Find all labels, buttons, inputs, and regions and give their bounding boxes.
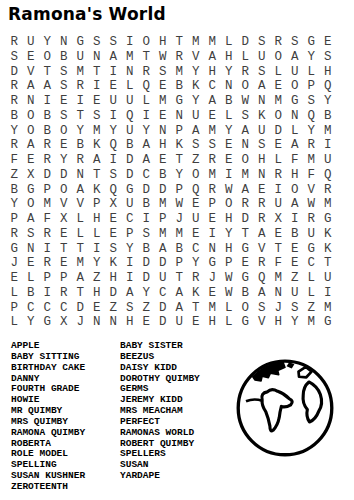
- grid-cell: R: [320, 183, 337, 198]
- grid-cell: A: [254, 227, 271, 242]
- grid-cell: R: [237, 197, 254, 212]
- grid-cell: P: [6, 301, 23, 316]
- grid-cell: F: [6, 153, 23, 168]
- grid-cell: Y: [287, 315, 304, 330]
- grid-cell: E: [23, 50, 40, 65]
- grid-cell: G: [6, 242, 23, 257]
- grid-cell: E: [188, 227, 205, 242]
- grid-cell: K: [105, 256, 122, 271]
- grid-cell: R: [237, 65, 254, 80]
- grid-cell: E: [105, 79, 122, 94]
- grid-cell: Z: [105, 301, 122, 316]
- grid-cell: O: [270, 109, 287, 124]
- grid-cell: S: [56, 79, 73, 94]
- grid-cell: A: [171, 301, 188, 316]
- grid-cell: I: [320, 286, 337, 301]
- grid-cell: Y: [303, 50, 320, 65]
- grid-cell: Q: [138, 79, 155, 94]
- grid-cell: O: [237, 79, 254, 94]
- grid-cell: N: [221, 79, 238, 94]
- grid-cell: V: [23, 65, 40, 80]
- grid-cell: S: [56, 65, 73, 80]
- grid-cell: E: [23, 256, 40, 271]
- grid-cell: N: [254, 94, 271, 109]
- grid-cell: J: [171, 212, 188, 227]
- grid-cell: Y: [171, 168, 188, 183]
- grid-cell: Y: [6, 197, 23, 212]
- earth-globe-icon: [233, 357, 337, 461]
- grid-cell: I: [72, 94, 89, 109]
- grid-cell: E: [254, 183, 271, 198]
- grid-cell: G: [171, 94, 188, 109]
- grid-cell: E: [23, 153, 40, 168]
- grid-cell: H: [254, 153, 271, 168]
- grid-cell: S: [89, 109, 106, 124]
- grid-cell: E: [270, 79, 287, 94]
- grid-cell: P: [122, 227, 139, 242]
- grid-cell: A: [72, 271, 89, 286]
- grid-cell: S: [155, 65, 172, 80]
- grid-cell: N: [23, 242, 40, 257]
- grid-cell: L: [89, 227, 106, 242]
- grid-cell: L: [6, 286, 23, 301]
- grid-cell: K: [171, 138, 188, 153]
- grid-cell: W: [155, 50, 172, 65]
- grid-cell: H: [89, 286, 106, 301]
- grid-cell: M: [204, 168, 221, 183]
- grid-cell: U: [122, 94, 139, 109]
- grid-cell: R: [171, 50, 188, 65]
- grid-cell: S: [254, 35, 271, 50]
- grid-cell: P: [39, 183, 56, 198]
- grid-cell: W: [237, 94, 254, 109]
- grid-cell: N: [89, 50, 106, 65]
- grid-cell: Y: [320, 94, 337, 109]
- grid-cell: S: [287, 35, 304, 50]
- grid-cell: A: [171, 286, 188, 301]
- grid-cell: W: [171, 197, 188, 212]
- grid-cell: R: [72, 79, 89, 94]
- grid-cell: T: [320, 256, 337, 271]
- grid-cell: I: [138, 212, 155, 227]
- grid-cell: R: [254, 256, 271, 271]
- word-list-left: APPLEBABY SITTINGBIRTHDAY CAKEDANNYFOURT…: [11, 341, 85, 493]
- grid-cell: L: [303, 271, 320, 286]
- grid-cell: I: [122, 271, 139, 286]
- grid-cell: L: [122, 79, 139, 94]
- grid-cell: R: [188, 271, 205, 286]
- grid-cell: M: [72, 256, 89, 271]
- grid-cell: E: [221, 138, 238, 153]
- grid-cell: E: [56, 227, 73, 242]
- grid-cell: O: [237, 301, 254, 316]
- grid-cell: K: [188, 286, 205, 301]
- grid-cell: G: [287, 94, 304, 109]
- grid-cell: M: [171, 65, 188, 80]
- grid-cell: D: [138, 183, 155, 198]
- grid-cell: Y: [56, 153, 73, 168]
- grid-cell: K: [89, 138, 106, 153]
- grid-cell: S: [254, 65, 271, 80]
- grid-cell: Q: [122, 109, 139, 124]
- grid-cell: L: [237, 50, 254, 65]
- grid-cell: G: [23, 183, 40, 198]
- grid-cell: B: [138, 197, 155, 212]
- grid-cell: U: [254, 124, 271, 139]
- grid-cell: N: [237, 138, 254, 153]
- grid-cell: D: [237, 212, 254, 227]
- grid-cell: I: [122, 256, 139, 271]
- grid-cell: C: [155, 286, 172, 301]
- grid-cell: U: [188, 212, 205, 227]
- grid-cell: S: [254, 301, 271, 316]
- grid-cell: B: [72, 138, 89, 153]
- grid-cell: Z: [303, 301, 320, 316]
- grid-cell: Z: [188, 153, 205, 168]
- grid-cell: L: [72, 227, 89, 242]
- grid-cell: N: [171, 109, 188, 124]
- grid-cell: H: [122, 315, 139, 330]
- grid-cell: S: [6, 50, 23, 65]
- grid-cell: E: [105, 212, 122, 227]
- grid-cell: D: [138, 271, 155, 286]
- grid-cell: R: [39, 256, 56, 271]
- word-list-item: RAMONA QUIMBY: [11, 428, 85, 439]
- grid-cell: G: [72, 35, 89, 50]
- grid-cell: U: [287, 65, 304, 80]
- grid-cell: P: [89, 197, 106, 212]
- grid-cell: Y: [39, 35, 56, 50]
- grid-cell: B: [23, 286, 40, 301]
- grid-cell: I: [89, 242, 106, 257]
- grid-cell: M: [320, 197, 337, 212]
- grid-cell: L: [303, 286, 320, 301]
- grid-cell: P: [155, 212, 172, 227]
- word-list-item: BIRTHDAY CAKE: [11, 363, 85, 374]
- grid-cell: P: [204, 197, 221, 212]
- grid-cell: F: [270, 256, 287, 271]
- grid-cell: B: [287, 227, 304, 242]
- grid-cell: M: [204, 301, 221, 316]
- grid-cell: G: [237, 271, 254, 286]
- grid-cell: R: [303, 138, 320, 153]
- grid-cell: U: [188, 109, 205, 124]
- grid-cell: S: [320, 50, 337, 65]
- grid-cell: L: [287, 124, 304, 139]
- grid-cell: A: [237, 183, 254, 198]
- grid-cell: H: [287, 168, 304, 183]
- grid-cell: R: [6, 79, 23, 94]
- grid-cell: I: [89, 79, 106, 94]
- grid-cell: J: [6, 256, 23, 271]
- grid-cell: E: [155, 109, 172, 124]
- grid-cell: A: [237, 124, 254, 139]
- grid-cell: U: [320, 271, 337, 286]
- grid-cell: L: [138, 94, 155, 109]
- grid-cell: Q: [188, 183, 205, 198]
- grid-cell: G: [303, 35, 320, 50]
- grid-cell: Z: [89, 271, 106, 286]
- grid-cell: S: [303, 94, 320, 109]
- grid-cell: V: [254, 242, 271, 257]
- grid-cell: R: [6, 227, 23, 242]
- grid-cell: G: [204, 256, 221, 271]
- grid-cell: D: [155, 301, 172, 316]
- grid-cell: A: [138, 153, 155, 168]
- grid-cell: M: [155, 227, 172, 242]
- word-search-page: Ramona's World RUYNGSSIOHTMMLDSRSGESEOBU…: [0, 0, 354, 500]
- grid-cell: V: [303, 183, 320, 198]
- grid-cell: L: [221, 35, 238, 50]
- grid-cell: B: [39, 109, 56, 124]
- grid-cell: O: [138, 35, 155, 50]
- grid-cell: M: [237, 168, 254, 183]
- grid-cell: K: [320, 227, 337, 242]
- grid-cell: S: [138, 227, 155, 242]
- grid-cell: U: [287, 286, 304, 301]
- grid-cell: E: [287, 256, 304, 271]
- grid-cell: E: [320, 35, 337, 50]
- grid-cell: W: [221, 286, 238, 301]
- grid-cell: B: [171, 242, 188, 257]
- grid-cell: V: [254, 315, 271, 330]
- grid-cell: L: [303, 65, 320, 80]
- grid-cell: M: [320, 301, 337, 316]
- grid-cell: H: [320, 65, 337, 80]
- grid-cell: A: [204, 94, 221, 109]
- grid-cell: H: [221, 242, 238, 257]
- grid-cell: C: [303, 256, 320, 271]
- grid-cell: E: [188, 197, 205, 212]
- grid-cell: T: [89, 168, 106, 183]
- grid-cell: B: [221, 94, 238, 109]
- grid-cell: A: [39, 79, 56, 94]
- grid-cell: L: [221, 109, 238, 124]
- grid-cell: B: [56, 50, 73, 65]
- grid-cell: H: [270, 315, 287, 330]
- grid-cell: R: [39, 138, 56, 153]
- grid-cell: K: [254, 109, 271, 124]
- grid-cell: S: [89, 35, 106, 50]
- grid-cell: U: [122, 124, 139, 139]
- grid-cell: L: [270, 65, 287, 80]
- grid-cell: Y: [303, 124, 320, 139]
- grid-cell: X: [23, 168, 40, 183]
- grid-cell: A: [105, 50, 122, 65]
- grid-cell: Y: [23, 315, 40, 330]
- grid-cell: H: [155, 138, 172, 153]
- grid-cell: M: [39, 197, 56, 212]
- grid-cell: R: [254, 197, 271, 212]
- grid-cell: H: [204, 65, 221, 80]
- grid-cell: Q: [105, 138, 122, 153]
- grid-cell: N: [270, 286, 287, 301]
- grid-cell: A: [138, 138, 155, 153]
- grid-cell: M: [320, 124, 337, 139]
- grid-cell: A: [188, 124, 205, 139]
- grid-cell: I: [39, 242, 56, 257]
- grid-cell: G: [39, 315, 56, 330]
- grid-cell: H: [89, 212, 106, 227]
- grid-cell: Y: [188, 94, 205, 109]
- grid-cell: M: [188, 35, 205, 50]
- grid-cell: E: [89, 94, 106, 109]
- grid-cell: F: [287, 153, 304, 168]
- grid-cell: O: [188, 168, 205, 183]
- grid-cell: I: [270, 183, 287, 198]
- grid-cell: V: [72, 197, 89, 212]
- grid-cell: E: [188, 315, 205, 330]
- grid-cell: W: [303, 197, 320, 212]
- grid-cell: C: [138, 168, 155, 183]
- grid-cell: Y: [221, 124, 238, 139]
- grid-cell: U: [23, 35, 40, 50]
- grid-cell: O: [221, 197, 238, 212]
- grid-cell: E: [89, 301, 106, 316]
- grid-cell: A: [254, 79, 271, 94]
- grid-cell: O: [23, 124, 40, 139]
- grid-cell: Z: [287, 271, 304, 286]
- grid-cell: I: [138, 109, 155, 124]
- grid-cell: E: [155, 79, 172, 94]
- grid-cell: E: [6, 271, 23, 286]
- grid-cell: E: [204, 212, 221, 227]
- grid-cell: J: [72, 315, 89, 330]
- grid-cell: R: [270, 35, 287, 50]
- grid-cell: P: [221, 256, 238, 271]
- grid-cell: M: [204, 124, 221, 139]
- grid-cell: Y: [188, 256, 205, 271]
- grid-cell: R: [39, 227, 56, 242]
- grid-cell: G: [237, 315, 254, 330]
- grid-cell: Q: [320, 168, 337, 183]
- grid-cell: D: [105, 286, 122, 301]
- word-list-right: BABY SISTERBEEZUSDAISY KIDDDOROTHY QUIMB…: [120, 341, 200, 482]
- grid-cell: A: [204, 50, 221, 65]
- grid-cell: P: [303, 79, 320, 94]
- grid-cell: C: [56, 301, 73, 316]
- grid-cell: E: [204, 109, 221, 124]
- grid-cell: R: [270, 168, 287, 183]
- puzzle-title: Ramona's World: [8, 4, 166, 24]
- grid-cell: N: [287, 109, 304, 124]
- grid-cell: P: [56, 271, 73, 286]
- grid-cell: N: [23, 94, 40, 109]
- grid-cell: T: [171, 271, 188, 286]
- grid-cell: O: [287, 183, 304, 198]
- grid-cell: K: [188, 79, 205, 94]
- grid-cell: B: [6, 183, 23, 198]
- grid-cell: Y: [221, 65, 238, 80]
- grid-cell: A: [122, 286, 139, 301]
- grid-cell: L: [270, 153, 287, 168]
- grid-cell: Y: [72, 124, 89, 139]
- grid-cell: D: [270, 124, 287, 139]
- grid-cell: L: [221, 301, 238, 316]
- grid-cell: S: [287, 301, 304, 316]
- grid-cell: J: [204, 271, 221, 286]
- grid-cell: X: [270, 212, 287, 227]
- grid-cell: R: [6, 94, 23, 109]
- grid-cell: X: [56, 212, 73, 227]
- grid-cell: A: [287, 197, 304, 212]
- grid-cell: M: [155, 94, 172, 109]
- word-list-item: ZEROTEENTH: [11, 482, 85, 493]
- grid-cell: S: [56, 109, 73, 124]
- grid-cell: B: [237, 286, 254, 301]
- grid-cell: A: [72, 183, 89, 198]
- grid-cell: U: [155, 271, 172, 286]
- grid-cell: H: [105, 271, 122, 286]
- grid-cell: A: [23, 212, 40, 227]
- grid-cell: Z: [6, 168, 23, 183]
- grid-cell: Y: [138, 124, 155, 139]
- grid-cell: I: [320, 138, 337, 153]
- grid-cell: D: [122, 153, 139, 168]
- grid-cell: U: [320, 153, 337, 168]
- grid-cell: D: [138, 256, 155, 271]
- grid-cell: M: [122, 50, 139, 65]
- grid-cell: T: [89, 65, 106, 80]
- grid-cell: T: [72, 242, 89, 257]
- grid-cell: T: [171, 153, 188, 168]
- grid-cell: D: [39, 168, 56, 183]
- grid-cell: B: [320, 109, 337, 124]
- grid-cell: D: [155, 256, 172, 271]
- grid-cell: R: [6, 138, 23, 153]
- grid-cell: L: [221, 315, 238, 330]
- grid-cell: O: [23, 109, 40, 124]
- grid-cell: P: [171, 124, 188, 139]
- grid-cell: S: [122, 301, 139, 316]
- grid-cell: L: [6, 315, 23, 330]
- grid-cell: Q: [320, 79, 337, 94]
- grid-cell: U: [122, 197, 139, 212]
- grid-cell: Y: [89, 256, 106, 271]
- grid-cell: Q: [254, 271, 271, 286]
- grid-cell: D: [6, 65, 23, 80]
- grid-cell: I: [221, 168, 238, 183]
- word-list-item: YARDAPE: [120, 471, 200, 482]
- grid-cell: U: [303, 227, 320, 242]
- grid-cell: I: [105, 65, 122, 80]
- grid-cell: N: [89, 315, 106, 330]
- grid-cell: M: [303, 315, 320, 330]
- grid-cell: Z: [138, 301, 155, 316]
- grid-cell: U: [270, 197, 287, 212]
- grid-cell: S: [105, 168, 122, 183]
- grid-cell: R: [56, 286, 73, 301]
- grid-cell: V: [56, 197, 73, 212]
- grid-cell: Y: [221, 227, 238, 242]
- grid-cell: P: [171, 183, 188, 198]
- grid-cell: M: [72, 65, 89, 80]
- grid-cell: P: [171, 256, 188, 271]
- grid-cell: N: [155, 124, 172, 139]
- grid-cell: O: [39, 50, 56, 65]
- grid-cell: S: [204, 138, 221, 153]
- grid-cell: S: [105, 242, 122, 257]
- grid-cell: M: [171, 227, 188, 242]
- grid-cell: J: [270, 301, 287, 316]
- grid-cell: R: [72, 153, 89, 168]
- grid-cell: M: [204, 35, 221, 50]
- word-list-item: RAMONAS WORLD: [120, 428, 200, 439]
- grid-cell: D: [155, 315, 172, 330]
- grid-cell: E: [204, 286, 221, 301]
- grid-cell: O: [56, 124, 73, 139]
- grid-cell: V: [188, 50, 205, 65]
